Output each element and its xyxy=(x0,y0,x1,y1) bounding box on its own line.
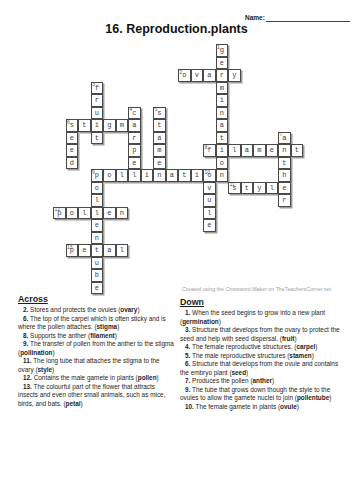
crossword-cell[interactable]: a xyxy=(203,69,216,82)
crossword-cell[interactable]: e xyxy=(128,157,141,170)
crossword-cell[interactable]: d xyxy=(66,157,79,170)
crossword-cell[interactable]: l xyxy=(91,207,104,220)
crossword-cell[interactable]: 6s xyxy=(66,119,79,132)
cell-letter: y xyxy=(229,70,240,81)
clue-number: 12 xyxy=(55,207,61,212)
clue-number: 1 xyxy=(217,45,220,50)
crossword-cell[interactable]: e xyxy=(216,57,229,70)
clue: 8. Supports the anther (filament) xyxy=(18,332,175,341)
cell-letter: t xyxy=(154,120,165,131)
crossword-cell[interactable]: a xyxy=(128,119,141,132)
down-clue-list: 1. When the seed begins to grow into a n… xyxy=(180,309,344,411)
cell-letter: r xyxy=(92,95,103,106)
crossword-cell[interactable]: r xyxy=(216,69,229,82)
crossword-cell[interactable]: a xyxy=(153,132,166,145)
cell-letter: a xyxy=(167,170,178,181)
cell-letter: i xyxy=(142,170,153,181)
cell-letter: m xyxy=(254,145,265,156)
cell-letter: t xyxy=(242,183,253,194)
cell-letter: i xyxy=(217,145,228,156)
cell-letter: a xyxy=(154,133,165,144)
cell-letter: a xyxy=(217,120,228,131)
cell-letter: i xyxy=(192,170,203,181)
crossword-cell[interactable]: t xyxy=(91,244,104,257)
crossword-cell[interactable]: e xyxy=(78,244,91,257)
across-header: Across xyxy=(18,294,175,304)
down-section: Down 1. When the seed begins to grow int… xyxy=(180,297,344,411)
cell-letter: e xyxy=(79,245,90,256)
clue: 4. The female reproductive structures. (… xyxy=(180,343,344,352)
attribution-text: Created using the Crossword Maker on The… xyxy=(0,286,331,292)
cell-letter: i xyxy=(217,95,228,106)
cell-letter: l xyxy=(267,183,278,194)
clue-number: 3 xyxy=(92,82,95,87)
crossword-cell[interactable]: e xyxy=(66,144,79,157)
down-header: Down xyxy=(180,297,344,307)
crossword-cell[interactable]: t xyxy=(291,144,304,157)
cell-letter: n xyxy=(217,108,228,119)
name-input-line[interactable] xyxy=(266,13,350,22)
crossword-cell[interactable]: 13p xyxy=(66,244,79,257)
clue: 10. The female gamete in plants (ovule) xyxy=(180,403,344,412)
crossword-cell[interactable]: i xyxy=(191,169,204,182)
cell-letter: v xyxy=(204,183,215,194)
clue: 3. Structure that develops from the ovar… xyxy=(180,326,344,343)
cell-letter: g xyxy=(104,120,115,131)
crossword-cell[interactable]: t xyxy=(91,132,104,145)
cell-letter: r xyxy=(129,133,140,144)
crossword-cell[interactable]: m xyxy=(116,119,129,132)
crossword-cell[interactable]: 4c xyxy=(128,107,141,120)
crossword-cell[interactable]: 5s xyxy=(153,107,166,120)
crossword-cell[interactable]: 12p xyxy=(53,207,66,220)
cell-letter: o xyxy=(92,183,103,194)
crossword-cell[interactable]: n xyxy=(216,107,229,120)
name-row: Name: xyxy=(245,13,350,22)
cell-letter: t xyxy=(79,120,90,131)
crossword-cell[interactable]: t xyxy=(278,157,291,170)
crossword-cell[interactable]: l xyxy=(116,244,129,257)
cell-letter: m xyxy=(117,120,128,131)
crossword-cell[interactable]: v xyxy=(191,69,204,82)
crossword-cell[interactable]: a xyxy=(166,169,179,182)
crossword-cell[interactable]: u xyxy=(203,194,216,207)
crossword-cell[interactable]: t xyxy=(216,132,229,145)
crossword-cell[interactable]: l xyxy=(91,194,104,207)
crossword-cell[interactable]: 11s xyxy=(228,182,241,195)
clue-number: 6 xyxy=(67,120,70,125)
crossword-cell[interactable]: e xyxy=(278,182,291,195)
cell-letter: l xyxy=(204,208,215,219)
clue: 12. Contains the male gamete in plants (… xyxy=(18,374,175,383)
crossword-cell[interactable]: u xyxy=(91,257,104,270)
cell-letter: e xyxy=(67,133,78,144)
crossword-cell[interactable]: 9p xyxy=(91,169,104,182)
crossword-cell[interactable]: 2o xyxy=(178,69,191,82)
cell-letter: o xyxy=(67,208,78,219)
cell-letter: l xyxy=(79,208,90,219)
crossword-cell[interactable]: e xyxy=(66,132,79,145)
crossword-cell[interactable]: i xyxy=(141,169,154,182)
cell-letter: t xyxy=(179,170,190,181)
cell-letter: p xyxy=(129,145,140,156)
cell-letter: n xyxy=(154,170,165,181)
cell-letter: r xyxy=(217,70,228,81)
clue-number: 7 xyxy=(280,132,283,137)
crossword-cell[interactable]: i xyxy=(216,144,229,157)
crossword-cell[interactable]: e xyxy=(266,144,279,157)
cell-letter: e xyxy=(204,220,215,231)
cell-letter: e xyxy=(217,58,228,69)
crossword-cell[interactable]: h xyxy=(278,169,291,182)
crossword-cell[interactable]: o xyxy=(216,157,229,170)
cell-letter: e xyxy=(92,220,103,231)
cell-letter: l xyxy=(92,208,103,219)
clue: 11. The long tube that attaches the stig… xyxy=(18,357,175,374)
clue-number: 4 xyxy=(130,107,133,112)
crossword-cell[interactable]: l xyxy=(116,169,129,182)
crossword-cell[interactable]: m xyxy=(216,82,229,95)
cell-letter: u xyxy=(92,108,103,119)
cell-letter: l xyxy=(229,145,240,156)
crossword-cell[interactable]: t xyxy=(78,119,91,132)
crossword-cell[interactable]: a xyxy=(103,244,116,257)
crossword-cell[interactable]: 1g xyxy=(216,44,229,57)
clue: 5. The male reproductive structures (sta… xyxy=(180,352,344,361)
across-section: Across 2. Stores and protects the ovules… xyxy=(18,294,175,408)
crossword-cell[interactable]: n xyxy=(153,169,166,182)
crossword-cell[interactable]: p xyxy=(128,144,141,157)
cell-letter: d xyxy=(67,158,78,169)
cell-letter: a xyxy=(204,70,215,81)
cell-letter: a xyxy=(104,245,115,256)
across-clue-list: 2. Stores and protects the ovules (ovary… xyxy=(18,306,175,408)
crossword-cell[interactable]: t xyxy=(153,119,166,132)
cell-letter: o xyxy=(104,170,115,181)
cell-letter: t xyxy=(92,245,103,256)
cell-letter: n xyxy=(279,145,290,156)
clue: 9. The transfer of pollen from the anthe… xyxy=(18,340,175,357)
crossword-cell[interactable]: a xyxy=(216,119,229,132)
cell-letter: l xyxy=(129,170,140,181)
crossword-cell[interactable]: r xyxy=(278,194,291,207)
crossword-cell[interactable]: r xyxy=(91,94,104,107)
cell-letter: m xyxy=(154,145,165,156)
clue-number: 5 xyxy=(155,107,158,112)
cell-letter: u xyxy=(92,258,103,269)
crossword-cell[interactable]: n xyxy=(278,144,291,157)
cell-letter: m xyxy=(217,83,228,94)
crossword-cell[interactable]: a xyxy=(241,144,254,157)
clue-number: 13 xyxy=(67,245,73,250)
clue: 1. When the seed begins to grow into a n… xyxy=(180,309,344,326)
cell-letter: e xyxy=(67,145,78,156)
crossword-cell[interactable]: g xyxy=(103,119,116,132)
cell-letter: l xyxy=(117,170,128,181)
crossword-cell[interactable]: o xyxy=(66,207,79,220)
cell-letter: v xyxy=(192,70,203,81)
cell-letter: e xyxy=(154,158,165,169)
cell-letter: e xyxy=(267,145,278,156)
clue-number: 11 xyxy=(230,182,235,187)
crossword-cell[interactable]: e xyxy=(203,219,216,232)
crossword-cell[interactable]: y xyxy=(253,182,266,195)
worksheet-page: Name: 16. Reproduction.plants 1ge2ovary3… xyxy=(0,0,353,500)
cell-letter: e xyxy=(129,158,140,169)
cell-letter: b xyxy=(92,270,103,281)
crossword-cell[interactable]: l xyxy=(128,169,141,182)
crossword-cell[interactable]: l xyxy=(203,207,216,220)
cell-letter: t xyxy=(217,133,228,144)
clue: 6. Structure that develops from the ovul… xyxy=(180,360,344,377)
clue: 13. The colourful part of the flower tha… xyxy=(18,383,175,409)
crossword-cell[interactable]: v xyxy=(203,182,216,195)
page-title: 16. Reproduction.plants xyxy=(0,22,353,36)
crossword-cell[interactable]: l xyxy=(228,144,241,157)
crossword-cell[interactable]: t xyxy=(241,182,254,195)
cell-letter: t xyxy=(279,158,290,169)
cell-letter: r xyxy=(279,195,290,206)
clue: 2. Stores and protects the ovules (ovary… xyxy=(18,306,175,315)
cell-letter: u xyxy=(204,195,215,206)
crossword-cell[interactable]: n xyxy=(116,207,129,220)
crossword-cell[interactable]: 7a xyxy=(278,132,291,145)
crossword-cell[interactable]: u xyxy=(91,107,104,120)
cell-letter: l xyxy=(117,245,128,256)
crossword-cell[interactable]: 8f xyxy=(203,144,216,157)
crossword-cell[interactable]: r xyxy=(128,132,141,145)
crossword-cell[interactable]: n xyxy=(216,169,229,182)
cell-letter: t xyxy=(92,133,103,144)
cell-letter: n xyxy=(92,233,103,244)
crossword-cell[interactable]: 10o xyxy=(203,169,216,182)
crossword-cell[interactable]: n xyxy=(91,232,104,245)
crossword-cell[interactable]: o xyxy=(91,182,104,195)
cell-letter: e xyxy=(279,183,290,194)
clue: 7. Produces the pollen (anther) xyxy=(180,377,344,386)
crossword-cell[interactable]: i xyxy=(216,94,229,107)
cell-letter: l xyxy=(92,195,103,206)
clue-number: 10 xyxy=(205,170,211,175)
cell-letter: o xyxy=(217,158,228,169)
cell-letter: a xyxy=(242,145,253,156)
crossword-cell[interactable]: l xyxy=(78,207,91,220)
crossword-cell[interactable]: m xyxy=(153,144,166,157)
crossword-grid: 1ge2ovary3fmriu4c5sn6stigmataetrat7aepm8… xyxy=(53,44,308,299)
cell-letter: e xyxy=(104,208,115,219)
crossword-cell[interactable]: e xyxy=(91,219,104,232)
clue: 9. The tube that grows down though the s… xyxy=(180,386,344,403)
cell-letter: a xyxy=(129,120,140,131)
cell-letter: i xyxy=(92,120,103,131)
clue: 6. The top of the carpel which is often … xyxy=(18,315,175,332)
cell-letter: h xyxy=(279,170,290,181)
clue-number: 2 xyxy=(180,70,183,75)
clue-number: 9 xyxy=(92,170,95,175)
crossword-cell[interactable]: t xyxy=(178,169,191,182)
cell-letter: t xyxy=(292,145,303,156)
cell-letter: n xyxy=(217,170,228,181)
crossword-cell[interactable]: 3f xyxy=(91,82,104,95)
crossword-cell[interactable]: y xyxy=(228,69,241,82)
name-label: Name: xyxy=(245,14,265,22)
cell-letter: n xyxy=(117,208,128,219)
crossword-cell[interactable]: e xyxy=(103,207,116,220)
crossword-cell[interactable]: o xyxy=(103,169,116,182)
crossword-cell[interactable]: b xyxy=(91,269,104,282)
crossword-cell[interactable]: l xyxy=(266,182,279,195)
cell-letter: y xyxy=(254,183,265,194)
crossword-cell[interactable]: m xyxy=(253,144,266,157)
clue-number: 8 xyxy=(205,145,208,150)
crossword-cell[interactable]: e xyxy=(153,157,166,170)
crossword-cell[interactable]: i xyxy=(91,119,104,132)
